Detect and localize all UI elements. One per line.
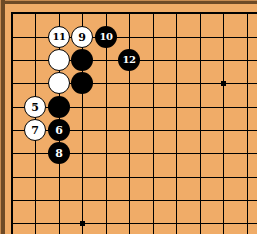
black-stone-c13[interactable]: 8 — [48, 142, 70, 164]
black-stone-e18[interactable]: 10 — [95, 26, 117, 48]
black-stone-c14[interactable]: 6 — [48, 119, 70, 141]
black-stone-f17[interactable]: 12 — [118, 49, 140, 71]
move-number: 11 — [53, 32, 66, 42]
grid-line-horizontal — [11, 12, 257, 14]
black-stone-d17[interactable] — [71, 49, 93, 71]
grid-line-horizontal — [11, 200, 257, 201]
star-point-k16 — [221, 81, 226, 86]
black-stone-c15[interactable] — [48, 96, 70, 118]
move-number: 12 — [123, 55, 136, 65]
move-number: 7 — [31, 125, 39, 136]
star-point-d10 — [80, 221, 85, 226]
move-number: 5 — [31, 102, 39, 113]
move-number: 10 — [100, 32, 113, 42]
grid-line-horizontal — [11, 177, 257, 178]
white-stone-c18[interactable]: 11 — [48, 26, 70, 48]
white-stone-c17[interactable] — [48, 49, 70, 71]
move-number: 9 — [78, 32, 86, 43]
go-corner-diagram: 11910125768 — [0, 0, 257, 234]
goban[interactable]: 11910125768 — [0, 0, 257, 234]
black-stone-d16[interactable] — [71, 72, 93, 94]
white-stone-b15[interactable]: 5 — [24, 96, 46, 118]
move-number: 6 — [55, 125, 63, 136]
move-number: 8 — [55, 148, 63, 159]
board-frame-top — [0, 0, 257, 4]
white-stone-d18[interactable]: 9 — [71, 26, 93, 48]
white-stone-b14[interactable]: 7 — [24, 119, 46, 141]
board-frame-left — [0, 0, 5, 234]
white-stone-c16[interactable] — [48, 72, 70, 94]
grid-line-horizontal — [11, 223, 257, 224]
